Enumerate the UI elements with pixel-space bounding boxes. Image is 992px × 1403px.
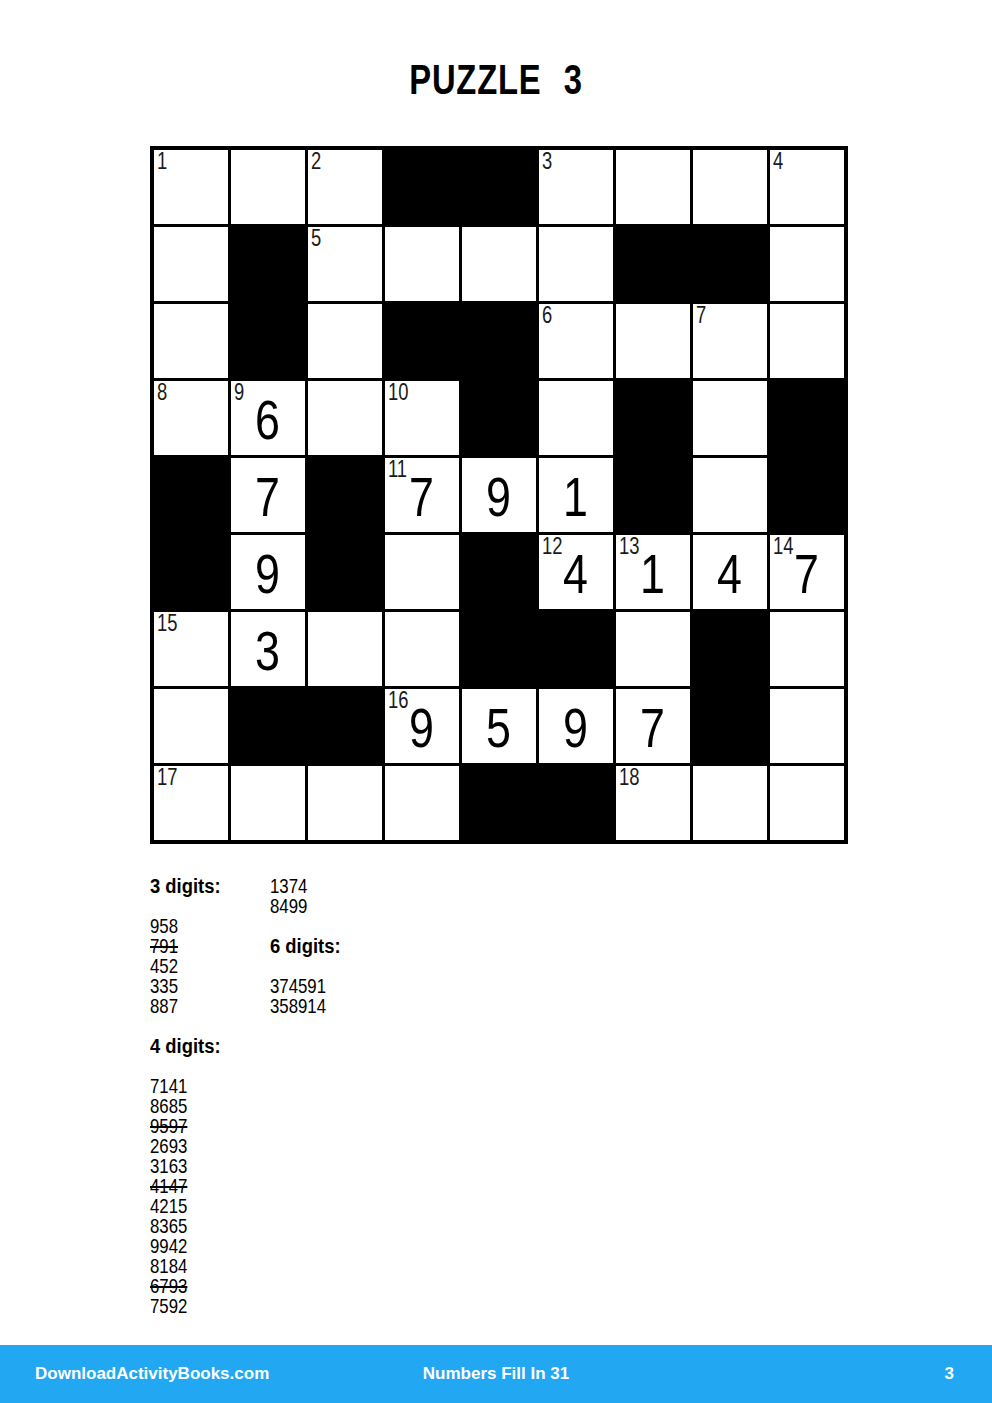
cell-clue-number: 10 [388, 380, 408, 405]
clue-entry: 2693 [150, 1136, 211, 1156]
block-cell [539, 612, 613, 686]
grid-cell[interactable]: 124 [539, 535, 613, 609]
cell-value: 9 [564, 696, 589, 756]
cell-clue-number: 17 [157, 765, 177, 790]
clue-block: 3 digits:958791452335887 [150, 876, 227, 1016]
cell-clue-number: 16 [388, 688, 408, 713]
grid-cell[interactable] [770, 227, 844, 301]
grid-cell[interactable]: 5 [308, 227, 382, 301]
block-cell [385, 304, 459, 378]
block-cell [462, 612, 536, 686]
block-cell [308, 535, 382, 609]
cell-clue-number: 3 [542, 149, 552, 174]
clue-entry: 7592 [150, 1296, 211, 1316]
clue-entry: 8184 [150, 1256, 211, 1276]
clue-entry: 8685 [150, 1096, 211, 1116]
clue-column-2: 137484996 digits:374591358914 [270, 876, 347, 1036]
grid-cell[interactable]: 7 [616, 689, 690, 763]
grid-cell[interactable] [308, 612, 382, 686]
grid-cell[interactable]: 4 [770, 150, 844, 224]
block-cell [231, 227, 305, 301]
clue-entry: 4147 [150, 1176, 211, 1196]
grid-cell[interactable]: 10 [385, 381, 459, 455]
grid-cell[interactable] [231, 766, 305, 840]
block-cell [231, 304, 305, 378]
cell-value: 3 [256, 619, 281, 679]
grid-cell[interactable]: 2 [308, 150, 382, 224]
grid-cell[interactable]: 9 [231, 535, 305, 609]
grid-cell[interactable]: 9 [462, 458, 536, 532]
cell-clue-number: 6 [542, 303, 552, 328]
grid-cell[interactable] [616, 304, 690, 378]
clue-block: 13748499 [270, 876, 347, 916]
block-cell [462, 304, 536, 378]
grid-cell[interactable] [539, 227, 613, 301]
grid-cell[interactable] [693, 150, 767, 224]
puzzle-page: PUZZLE 3 1234567896107117919124131414715… [0, 0, 992, 1403]
grid-cell[interactable] [693, 381, 767, 455]
grid-cell[interactable]: 7 [231, 458, 305, 532]
clue-entry: 358914 [270, 996, 331, 1016]
block-cell [154, 458, 228, 532]
grid-cell[interactable] [616, 612, 690, 686]
grid-cell[interactable] [385, 766, 459, 840]
grid-cell[interactable] [693, 766, 767, 840]
footer-page-number: 3 [945, 1345, 954, 1403]
cell-value: 7 [256, 465, 281, 525]
grid-cell[interactable]: 117 [385, 458, 459, 532]
clue-entry: 9597 [150, 1116, 211, 1136]
cell-clue-number: 14 [773, 534, 793, 559]
grid-cell[interactable] [539, 381, 613, 455]
clue-section-heading: 6 digits: [270, 936, 341, 956]
block-cell [462, 381, 536, 455]
cell-value: 4 [718, 542, 743, 602]
cell-clue-number: 8 [157, 380, 167, 405]
grid-cell[interactable] [231, 150, 305, 224]
grid-cell[interactable]: 1 [154, 150, 228, 224]
clue-entry: 374591 [270, 976, 331, 996]
cell-value: 9 [487, 465, 512, 525]
clue-entry: 887 [150, 996, 211, 1016]
grid-cell[interactable] [770, 612, 844, 686]
grid-cell[interactable]: 15 [154, 612, 228, 686]
grid-cell[interactable]: 18 [616, 766, 690, 840]
footer-website: DownloadActivityBooks.com [35, 1345, 269, 1403]
clue-entry: 7141 [150, 1076, 211, 1096]
grid-cell[interactable] [770, 689, 844, 763]
clue-entry: 8499 [270, 896, 331, 916]
block-cell [385, 150, 459, 224]
clue-entry: 1374 [270, 876, 331, 896]
grid-cell[interactable]: 9 [539, 689, 613, 763]
block-cell [462, 766, 536, 840]
grid-cell[interactable]: 169 [385, 689, 459, 763]
block-cell [462, 535, 536, 609]
cell-clue-number: 18 [619, 765, 639, 790]
footer-bar: Numbers Fill In 31 DownloadActivityBooks… [0, 1345, 992, 1403]
block-cell [616, 458, 690, 532]
grid-cell[interactable]: 1 [539, 458, 613, 532]
block-cell [462, 150, 536, 224]
block-cell [539, 766, 613, 840]
grid-cell[interactable] [462, 227, 536, 301]
grid-cell[interactable] [154, 227, 228, 301]
cell-value: 5 [487, 696, 512, 756]
cell-value: 7 [795, 542, 820, 602]
grid-cell[interactable] [154, 304, 228, 378]
cell-clue-number: 1 [157, 149, 167, 174]
grid-cell[interactable] [385, 535, 459, 609]
block-cell [154, 535, 228, 609]
cell-value: 1 [641, 542, 666, 602]
block-cell [616, 227, 690, 301]
cell-clue-number: 4 [773, 149, 783, 174]
cell-value: 4 [564, 542, 589, 602]
clue-column-1: 3 digits:9587914523358874 digits:7141868… [150, 876, 227, 1336]
clue-entry: 452 [150, 956, 211, 976]
block-cell [308, 458, 382, 532]
grid-cell[interactable]: 147 [770, 535, 844, 609]
block-cell [231, 689, 305, 763]
grid-cell[interactable] [308, 766, 382, 840]
clue-entry: 9942 [150, 1236, 211, 1256]
grid-cell[interactable] [770, 766, 844, 840]
cell-clue-number: 13 [619, 534, 639, 559]
clue-block: 4 digits:7141868595972693316341474215836… [150, 1036, 227, 1316]
cell-clue-number: 9 [234, 380, 244, 405]
clue-section-heading: 4 digits: [150, 1036, 221, 1056]
cell-value: 1 [564, 465, 589, 525]
grid-cell[interactable]: 7 [693, 304, 767, 378]
block-cell [770, 381, 844, 455]
grid-cell[interactable] [385, 612, 459, 686]
clue-section-heading: 3 digits: [150, 876, 221, 896]
clue-block: 6 digits:374591358914 [270, 936, 347, 1016]
cell-clue-number: 5 [311, 226, 321, 251]
block-cell [693, 612, 767, 686]
grid-cell[interactable] [770, 304, 844, 378]
grid-cell[interactable] [385, 227, 459, 301]
clue-entry: 791 [150, 936, 211, 956]
block-cell [308, 689, 382, 763]
grid-cell[interactable] [308, 381, 382, 455]
clue-entry: 8365 [150, 1216, 211, 1236]
cell-value: 7 [410, 465, 435, 525]
puzzle-grid: 1234567896107117919124131414715316959717… [150, 146, 848, 844]
cell-value: 9 [410, 696, 435, 756]
clue-entry: 3163 [150, 1156, 211, 1176]
block-cell [693, 227, 767, 301]
cell-clue-number: 11 [388, 457, 407, 482]
block-cell [770, 458, 844, 532]
cell-value: 6 [256, 388, 281, 448]
block-cell [616, 381, 690, 455]
grid-cell[interactable]: 4 [693, 535, 767, 609]
cell-clue-number: 12 [542, 534, 562, 559]
clue-entry: 335 [150, 976, 211, 996]
cell-clue-number: 15 [157, 611, 177, 636]
grid-cell[interactable] [693, 458, 767, 532]
grid-cell[interactable]: 6 [539, 304, 613, 378]
grid-cell[interactable] [308, 304, 382, 378]
grid-cell[interactable]: 3 [539, 150, 613, 224]
cell-clue-number: 7 [696, 303, 706, 328]
cell-value: 9 [256, 542, 281, 602]
grid-cell[interactable]: 3 [231, 612, 305, 686]
grid-cell[interactable]: 8 [154, 381, 228, 455]
puzzle-title: PUZZLE 3 [109, 56, 883, 104]
block-cell [693, 689, 767, 763]
grid-cell[interactable]: 17 [154, 766, 228, 840]
cell-clue-number: 2 [311, 149, 321, 174]
cell-value: 7 [641, 696, 666, 756]
grid-cell[interactable]: 96 [231, 381, 305, 455]
clue-entry: 6793 [150, 1276, 211, 1296]
grid-cell[interactable]: 5 [462, 689, 536, 763]
grid-cell[interactable] [154, 689, 228, 763]
clue-entry: 958 [150, 916, 211, 936]
grid-cell[interactable]: 131 [616, 535, 690, 609]
grid-cell[interactable] [616, 150, 690, 224]
clue-entry: 4215 [150, 1196, 211, 1216]
